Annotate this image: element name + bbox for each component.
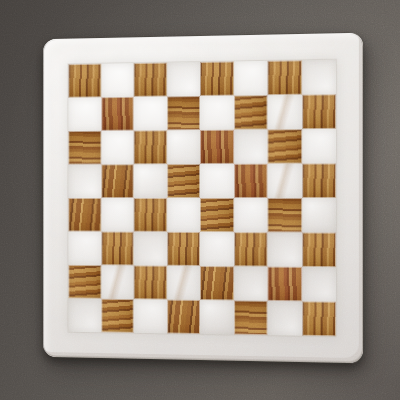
board-square-dark [267, 129, 301, 164]
board-square-light [302, 129, 336, 164]
board-square-light [68, 231, 100, 265]
board-square-dark [234, 300, 268, 335]
board-square-light [234, 61, 268, 96]
board-square-dark [234, 164, 268, 198]
board-square-dark [134, 265, 167, 299]
board-square-dark [302, 301, 336, 336]
board-square-dark [302, 94, 336, 129]
board-square-light [200, 164, 234, 198]
board-square-dark [267, 267, 301, 302]
board-square-light [101, 131, 134, 165]
board-square-light [200, 300, 234, 335]
board-perspective-wrap [43, 33, 363, 364]
board-square-light [302, 267, 336, 302]
board-square-light [267, 164, 301, 198]
board-square-light [167, 130, 200, 164]
board-square-dark [200, 61, 234, 96]
photo-scene [0, 0, 400, 400]
board-square-dark [302, 163, 336, 198]
board-square-dark [68, 64, 100, 98]
board-square-light [101, 63, 134, 97]
board-square-dark [234, 95, 268, 130]
board-square-light [234, 129, 268, 163]
board-square-dark [234, 232, 268, 266]
board-square-light [267, 232, 301, 267]
board-square-light [68, 164, 100, 198]
board-grid [68, 60, 336, 337]
board-square-dark [101, 164, 134, 198]
board-square-dark [302, 232, 336, 267]
board-square-light [134, 96, 167, 130]
board-square-dark [68, 131, 100, 165]
board-square-light [200, 96, 234, 130]
board-square-dark [134, 63, 167, 97]
board-square-dark [68, 265, 100, 299]
board-square-light [302, 198, 336, 233]
board-square-light [302, 60, 336, 95]
board-square-light [167, 62, 200, 96]
board-square-light [101, 198, 134, 232]
board-square-light [167, 266, 200, 300]
board-square-light [134, 232, 167, 266]
board-square-dark [267, 60, 301, 95]
board-square-light [68, 97, 100, 131]
board-square-dark [167, 232, 200, 266]
board-square-light [200, 232, 234, 266]
board-square-light [68, 298, 100, 332]
board-square-light [134, 164, 167, 198]
board-square-light [234, 266, 268, 301]
board-square-light [234, 198, 268, 232]
board-square-dark [134, 198, 167, 232]
board-square-dark [101, 232, 134, 266]
board-square-light [267, 95, 301, 130]
board-square-light [267, 301, 301, 336]
board-square-dark [134, 130, 167, 164]
board-square-dark [200, 198, 234, 232]
board-square-dark [68, 198, 100, 232]
board-square-dark [267, 198, 301, 232]
board-square-dark [200, 266, 234, 300]
board-square-dark [167, 96, 200, 130]
board-square-dark [167, 300, 200, 334]
board-square-dark [200, 130, 234, 164]
board-square-dark [167, 164, 200, 198]
board-square-dark [101, 97, 134, 131]
board-square-light [101, 265, 134, 299]
chess-board [43, 33, 363, 364]
board-square-light [134, 299, 167, 333]
board-square-dark [101, 299, 134, 333]
board-square-light [167, 198, 200, 232]
